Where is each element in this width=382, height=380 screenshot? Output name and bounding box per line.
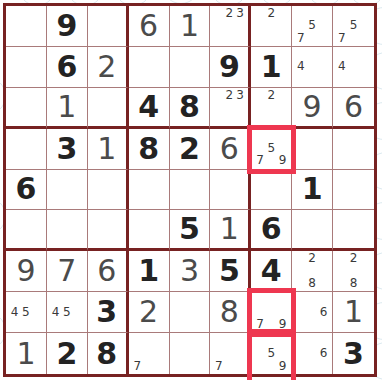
cell-r5c6[interactable]	[210, 170, 251, 211]
candidate-marks: 6	[295, 334, 329, 372]
candidate-marks: 23	[213, 7, 245, 44]
candidate-9: 9	[277, 359, 288, 372]
cell-r5c8[interactable]: 1	[292, 170, 333, 211]
cell-r9c4[interactable]: 7	[129, 333, 170, 374]
cell-r5c5[interactable]	[170, 170, 211, 211]
cell-r6c7[interactable]: 6	[251, 210, 292, 251]
given-digit: 5	[219, 256, 240, 286]
cell-r3c5[interactable]: 8	[170, 88, 211, 129]
sudoku-board: 9612325757629144148232963182657961516976…	[3, 3, 377, 377]
cell-r1c8[interactable]: 57	[292, 6, 333, 47]
candidate-marks: 4	[295, 48, 329, 85]
cell-r3c2[interactable]: 1	[47, 88, 88, 129]
filled-digit: 6	[344, 92, 363, 122]
cell-r8c7[interactable]: 79	[251, 292, 292, 333]
candidate-marks: 2	[254, 89, 288, 124]
cell-r2c3[interactable]: 2	[88, 47, 129, 88]
cell-r7c5[interactable]: 3	[170, 251, 211, 292]
cell-r6c8[interactable]	[292, 210, 333, 251]
candidate-7: 7	[254, 318, 265, 330]
candidate-2: 2	[266, 89, 277, 101]
candidate-6: 6	[318, 306, 329, 318]
candidate-2: 2	[348, 252, 360, 264]
cell-r4c1[interactable]	[6, 129, 47, 170]
candidate-marks: 6	[295, 293, 329, 330]
cell-r1c7[interactable]: 2	[251, 6, 292, 47]
cell-r3c6[interactable]: 23	[210, 88, 251, 129]
candidate-9: 9	[277, 318, 288, 330]
cell-r8c8[interactable]: 6	[292, 292, 333, 333]
cell-r7c3[interactable]: 6	[88, 251, 129, 292]
cell-r4c2[interactable]: 3	[47, 129, 88, 170]
cell-r9c6[interactable]: 7	[210, 333, 251, 374]
cell-r4c3[interactable]: 1	[88, 129, 129, 170]
candidate-marks: 28	[295, 252, 329, 289]
cell-r2c1[interactable]	[6, 47, 47, 88]
candidate-7: 7	[213, 359, 224, 372]
filled-digit: 1	[97, 134, 116, 164]
cell-r3c8[interactable]: 9	[292, 88, 333, 129]
cell-r7c2[interactable]: 7	[47, 251, 88, 292]
cell-r2c5[interactable]	[170, 47, 211, 88]
cell-r4c8[interactable]	[292, 129, 333, 170]
cell-r6c5[interactable]: 5	[170, 210, 211, 251]
cell-r1c3[interactable]	[88, 6, 129, 47]
cell-r9c1[interactable]: 1	[6, 333, 47, 374]
cell-r1c1[interactable]	[6, 6, 47, 47]
cell-r4c9[interactable]	[333, 129, 374, 170]
given-digit: 2	[56, 339, 77, 369]
filled-digit: 9	[303, 92, 322, 122]
candidate-marks: 4	[336, 48, 371, 85]
candidate-2: 2	[224, 89, 235, 101]
candidate-5: 5	[20, 306, 31, 318]
candidate-7: 7	[132, 359, 143, 372]
cell-r2c9[interactable]: 4	[333, 47, 374, 88]
cell-r4c6[interactable]: 6	[210, 129, 251, 170]
cell-r1c2[interactable]: 9	[47, 6, 88, 47]
cell-r2c6[interactable]: 9	[210, 47, 251, 88]
cell-r9c2[interactable]: 2	[47, 333, 88, 374]
given-digit: 1	[302, 174, 323, 204]
cell-r7c8[interactable]: 28	[292, 251, 333, 292]
cell-r9c9[interactable]: 3	[333, 333, 374, 374]
cell-r3c9[interactable]: 6	[333, 88, 374, 129]
cell-r3c1[interactable]	[6, 88, 47, 129]
cell-r9c5[interactable]	[170, 333, 211, 374]
given-digit: 4	[261, 256, 282, 286]
candidate-5: 5	[266, 347, 277, 360]
filled-digit: 1	[180, 11, 199, 41]
cell-r1c5[interactable]: 1	[170, 6, 211, 47]
cell-r1c4[interactable]: 6	[129, 6, 170, 47]
cell-r3c4[interactable]: 4	[129, 88, 170, 129]
cell-r8c9[interactable]: 1	[333, 292, 374, 333]
filled-digit: 7	[57, 256, 76, 286]
filled-digit: 6	[97, 256, 116, 286]
filled-digit: 6	[220, 134, 239, 164]
cell-r6c6[interactable]: 1	[210, 210, 251, 251]
cell-r6c9[interactable]	[333, 210, 374, 251]
cell-r1c6[interactable]: 23	[210, 6, 251, 47]
cell-r5c4[interactable]	[129, 170, 170, 211]
candidate-4: 4	[9, 306, 20, 318]
given-digit: 6	[16, 174, 37, 204]
candidate-marks: 28	[336, 252, 371, 289]
candidate-5: 5	[348, 19, 360, 31]
candidate-5: 5	[266, 142, 277, 154]
filled-digit: 1	[220, 214, 239, 244]
cell-r8c2[interactable]: 45	[47, 292, 88, 333]
given-digit: 3	[96, 297, 117, 327]
candidate-4: 4	[50, 306, 61, 318]
given-digit: 9	[56, 11, 77, 41]
candidate-marks: 79	[254, 293, 288, 330]
candidate-marks: 7	[132, 334, 166, 372]
cell-r4c5[interactable]: 2	[170, 129, 211, 170]
candidate-marks: 23	[213, 89, 245, 124]
cell-r2c4[interactable]	[129, 47, 170, 88]
candidate-5: 5	[61, 306, 72, 318]
given-digit: 6	[56, 52, 77, 82]
cell-r7c7[interactable]: 4	[251, 251, 292, 292]
candidate-8: 8	[348, 277, 360, 289]
filled-digit: 2	[139, 297, 158, 327]
cell-r6c2[interactable]	[47, 210, 88, 251]
cell-r8c1[interactable]: 45	[6, 292, 47, 333]
cell-r7c1[interactable]: 9	[6, 251, 47, 292]
given-digit: 8	[96, 339, 117, 369]
candidate-marks: 2	[254, 7, 288, 44]
candidate-7: 7	[336, 32, 348, 44]
given-digit: 1	[261, 52, 282, 82]
candidate-marks: 59	[254, 334, 288, 372]
cell-r8c4[interactable]: 2	[129, 292, 170, 333]
given-digit: 8	[179, 92, 200, 122]
filled-digit: 1	[57, 92, 76, 122]
given-digit: 6	[261, 214, 282, 244]
candidate-2: 2	[266, 7, 277, 19]
candidate-marks: 45	[50, 293, 84, 330]
cell-r5c9[interactable]	[333, 170, 374, 211]
given-digit: 3	[343, 339, 364, 369]
cell-r7c6[interactable]: 5	[210, 251, 251, 292]
candidate-6: 6	[318, 347, 329, 360]
candidate-3: 3	[235, 89, 246, 101]
candidate-3: 3	[235, 7, 246, 19]
cell-r3c3[interactable]	[88, 88, 129, 129]
cell-r2c8[interactable]: 4	[292, 47, 333, 88]
candidate-8: 8	[307, 277, 318, 289]
filled-digit: 2	[97, 52, 116, 82]
cell-r5c7[interactable]	[251, 170, 292, 211]
cell-r3c7[interactable]: 2	[251, 88, 292, 129]
cell-r5c3[interactable]	[88, 170, 129, 211]
cell-r9c3[interactable]: 8	[88, 333, 129, 374]
filled-digit: 8	[220, 297, 239, 327]
filled-digit: 3	[180, 256, 199, 286]
cell-r6c4[interactable]	[129, 210, 170, 251]
cell-r6c3[interactable]	[88, 210, 129, 251]
cell-r2c7[interactable]: 1	[251, 47, 292, 88]
cell-r4c7[interactable]: 579	[251, 129, 292, 170]
given-digit: 1	[138, 256, 159, 286]
candidate-marks: 57	[336, 7, 371, 44]
candidate-4: 4	[336, 60, 348, 72]
given-digit: 2	[179, 134, 200, 164]
cell-r2c2[interactable]: 6	[47, 47, 88, 88]
cell-r8c6[interactable]: 8	[210, 292, 251, 333]
cell-r5c1[interactable]: 6	[6, 170, 47, 211]
candidate-5: 5	[307, 19, 318, 31]
candidate-7: 7	[295, 32, 306, 44]
cell-r8c3[interactable]: 3	[88, 292, 129, 333]
candidate-2: 2	[224, 7, 235, 19]
candidate-4: 4	[295, 60, 306, 72]
candidate-marks: 45	[9, 293, 43, 330]
filled-digit: 9	[16, 256, 35, 286]
given-digit: 5	[179, 214, 200, 244]
cell-r4c4[interactable]: 8	[129, 129, 170, 170]
candidate-2: 2	[307, 252, 318, 264]
candidate-marks: 579	[254, 130, 288, 167]
given-digit: 9	[219, 52, 240, 82]
cell-r5c2[interactable]	[47, 170, 88, 211]
filled-digit: 1	[16, 339, 35, 369]
filled-digit: 6	[139, 11, 158, 41]
filled-digit: 1	[344, 297, 363, 327]
candidate-marks: 57	[295, 7, 329, 44]
candidate-7: 7	[254, 154, 265, 166]
given-digit: 8	[138, 134, 159, 164]
cell-r7c4[interactable]: 1	[129, 251, 170, 292]
candidate-marks: 7	[213, 334, 245, 372]
cell-r6c1[interactable]	[6, 210, 47, 251]
given-digit: 4	[138, 92, 159, 122]
cell-r8c5[interactable]	[170, 292, 211, 333]
cell-r9c7[interactable]: 59	[251, 333, 292, 374]
cell-r1c9[interactable]: 57	[333, 6, 374, 47]
cell-r7c9[interactable]: 28	[333, 251, 374, 292]
given-digit: 3	[56, 134, 77, 164]
cell-r9c8[interactable]: 6	[292, 333, 333, 374]
candidate-9: 9	[277, 154, 288, 166]
